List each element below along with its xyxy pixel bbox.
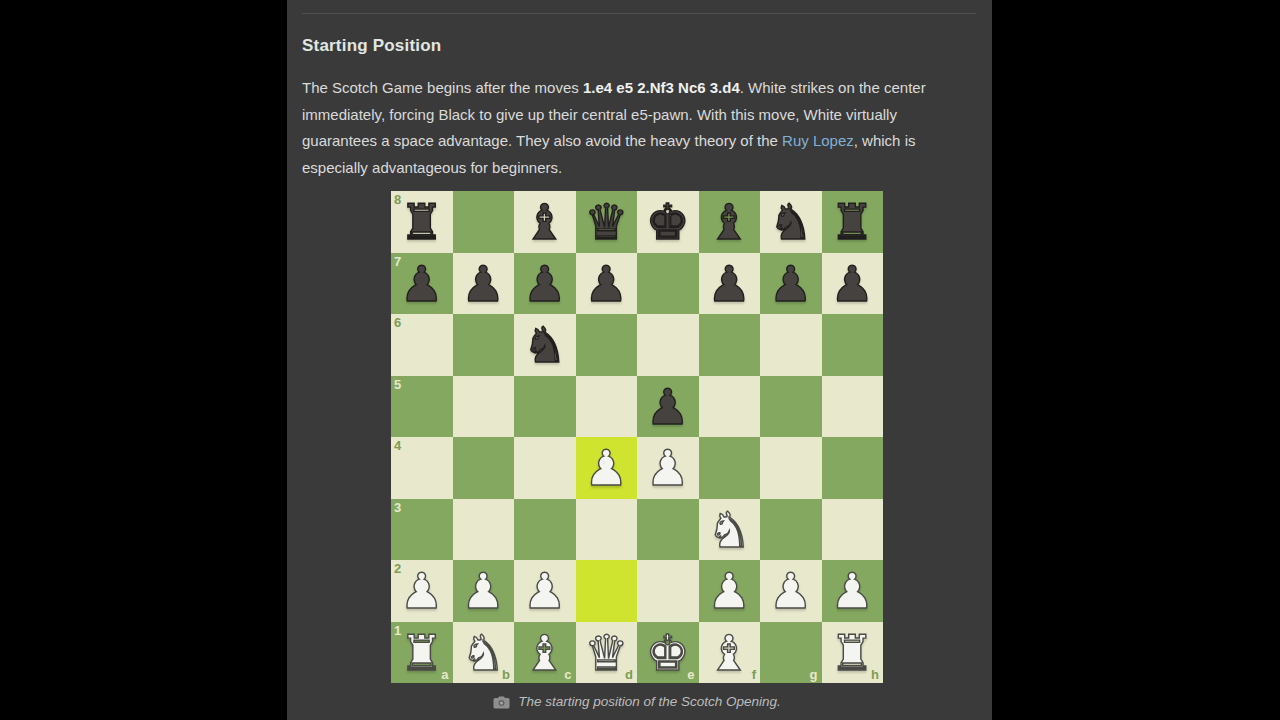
section-heading: Starting Position — [302, 36, 977, 56]
square-g8: ♞ — [760, 191, 822, 253]
piece-black-pawn-b7: ♟ — [461, 260, 505, 309]
square-h4 — [822, 437, 884, 499]
square-e4: ♟ — [637, 437, 699, 499]
piece-black-bishop-c8: ♝ — [523, 198, 567, 247]
square-g5 — [760, 376, 822, 438]
piece-white-bishop-c1: ♝ — [523, 629, 567, 678]
square-b7: ♟ — [453, 253, 515, 315]
piece-white-pawn-h2: ♟ — [830, 567, 874, 616]
square-c4 — [514, 437, 576, 499]
square-a3: 3 — [391, 499, 453, 561]
square-b1: b♞ — [453, 622, 515, 684]
square-h2: ♟ — [822, 560, 884, 622]
figure-caption: The starting position of the Scotch Open… — [391, 694, 883, 709]
piece-black-knight-g8: ♞ — [769, 198, 813, 247]
piece-white-pawn-a2: ♟ — [400, 567, 444, 616]
piece-white-queen-d1: ♛ — [584, 629, 628, 678]
square-h8: ♜ — [822, 191, 884, 253]
square-b2: ♟ — [453, 560, 515, 622]
piece-white-knight-f3: ♞ — [707, 506, 751, 555]
square-c1: c♝ — [514, 622, 576, 684]
article-paragraph: The Scotch Game begins after the moves 1… — [302, 75, 974, 181]
square-e7 — [637, 253, 699, 315]
square-d3 — [576, 499, 638, 561]
square-b8 — [453, 191, 515, 253]
square-d4: ♟ — [576, 437, 638, 499]
piece-black-knight-c6: ♞ — [523, 321, 567, 370]
page: Starting Position The Scotch Game begins… — [0, 0, 1280, 720]
rank-label-5: 5 — [394, 378, 401, 391]
section-divider — [302, 13, 976, 14]
piece-black-pawn-f7: ♟ — [707, 260, 751, 309]
square-d8: ♛ — [576, 191, 638, 253]
square-c2: ♟ — [514, 560, 576, 622]
square-d2 — [576, 560, 638, 622]
piece-white-pawn-e4: ♟ — [646, 444, 690, 493]
square-g4 — [760, 437, 822, 499]
moves-text: 1.e4 e5 2.Nf3 Nc6 3.d4 — [583, 79, 740, 96]
square-d6 — [576, 314, 638, 376]
piece-black-rook-a8: ♜ — [400, 198, 444, 247]
square-b5 — [453, 376, 515, 438]
piece-black-queen-d8: ♛ — [584, 198, 628, 247]
square-e5: ♟ — [637, 376, 699, 438]
piece-white-pawn-d4: ♟ — [584, 444, 628, 493]
square-c5 — [514, 376, 576, 438]
square-b4 — [453, 437, 515, 499]
square-f8: ♝ — [699, 191, 761, 253]
square-c7: ♟ — [514, 253, 576, 315]
rank-label-4: 4 — [394, 439, 401, 452]
square-b3 — [453, 499, 515, 561]
camera-icon — [493, 695, 510, 709]
square-g2: ♟ — [760, 560, 822, 622]
file-label-g: g — [810, 668, 818, 681]
piece-white-pawn-f2: ♟ — [707, 567, 751, 616]
square-e1: e♚ — [637, 622, 699, 684]
square-c6: ♞ — [514, 314, 576, 376]
piece-black-pawn-h7: ♟ — [830, 260, 874, 309]
piece-white-pawn-g2: ♟ — [769, 567, 813, 616]
square-a7: 7♟ — [391, 253, 453, 315]
square-a2: 2♟ — [391, 560, 453, 622]
article-panel: Starting Position The Scotch Game begins… — [287, 0, 992, 720]
square-a5: 5 — [391, 376, 453, 438]
square-g3 — [760, 499, 822, 561]
chess-board: 8♜♝♛♚♝♞♜7♟♟♟♟♟♟♟6♞5♟4♟♟3♞2♟♟♟♟♟♟1a♜b♞c♝d… — [391, 191, 883, 683]
piece-white-king-e1: ♚ — [646, 629, 690, 678]
square-h5 — [822, 376, 884, 438]
square-g6 — [760, 314, 822, 376]
figure-caption-text: The starting position of the Scotch Open… — [518, 694, 781, 709]
square-c3 — [514, 499, 576, 561]
square-f3: ♞ — [699, 499, 761, 561]
square-e8: ♚ — [637, 191, 699, 253]
piece-black-pawn-e5: ♟ — [646, 383, 690, 432]
square-d7: ♟ — [576, 253, 638, 315]
paragraph-text: The Scotch Game begins after the moves — [302, 79, 583, 96]
square-h3 — [822, 499, 884, 561]
square-g1: g — [760, 622, 822, 684]
rank-label-6: 6 — [394, 316, 401, 329]
square-c8: ♝ — [514, 191, 576, 253]
square-f5 — [699, 376, 761, 438]
square-h7: ♟ — [822, 253, 884, 315]
square-e3 — [637, 499, 699, 561]
square-f1: f♝ — [699, 622, 761, 684]
piece-white-rook-a1: ♜ — [400, 629, 444, 678]
piece-black-pawn-g7: ♟ — [769, 260, 813, 309]
square-h6 — [822, 314, 884, 376]
square-f7: ♟ — [699, 253, 761, 315]
square-a8: 8♜ — [391, 191, 453, 253]
square-b6 — [453, 314, 515, 376]
piece-black-pawn-c7: ♟ — [523, 260, 567, 309]
piece-white-pawn-b2: ♟ — [461, 567, 505, 616]
square-h1: h♜ — [822, 622, 884, 684]
square-e6 — [637, 314, 699, 376]
piece-black-king-e8: ♚ — [646, 198, 690, 247]
square-a4: 4 — [391, 437, 453, 499]
piece-white-rook-h1: ♜ — [830, 629, 874, 678]
piece-black-bishop-f8: ♝ — [707, 198, 751, 247]
square-f2: ♟ — [699, 560, 761, 622]
square-f6 — [699, 314, 761, 376]
rank-label-3: 3 — [394, 501, 401, 514]
file-label-f: f — [752, 668, 756, 681]
piece-white-knight-b1: ♞ — [461, 629, 505, 678]
square-a6: 6 — [391, 314, 453, 376]
square-g7: ♟ — [760, 253, 822, 315]
piece-black-rook-h8: ♜ — [830, 198, 874, 247]
piece-black-pawn-a7: ♟ — [400, 260, 444, 309]
piece-white-pawn-c2: ♟ — [523, 567, 567, 616]
square-d5 — [576, 376, 638, 438]
ruy-lopez-link[interactable]: Ruy Lopez — [782, 132, 854, 149]
square-f4 — [699, 437, 761, 499]
piece-white-bishop-f1: ♝ — [707, 629, 751, 678]
square-e2 — [637, 560, 699, 622]
square-d1: d♛ — [576, 622, 638, 684]
square-a1: 1a♜ — [391, 622, 453, 684]
piece-black-pawn-d7: ♟ — [584, 260, 628, 309]
